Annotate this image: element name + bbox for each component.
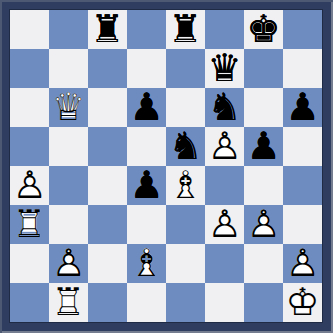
black-king-glyph: ♚ bbox=[244, 10, 283, 49]
square-b5[interactable] bbox=[49, 127, 88, 166]
square-b1[interactable]: ♜♖ bbox=[49, 283, 88, 322]
black-pawn-glyph: ♟ bbox=[127, 88, 166, 127]
square-e3[interactable] bbox=[166, 205, 205, 244]
square-d5[interactable] bbox=[127, 127, 166, 166]
square-d7[interactable] bbox=[127, 49, 166, 88]
square-g2[interactable] bbox=[244, 244, 283, 283]
square-d6[interactable]: ♟♟ bbox=[127, 88, 166, 127]
black-knight-glyph: ♞ bbox=[166, 127, 205, 166]
square-e2[interactable] bbox=[166, 244, 205, 283]
white-king: ♚♔ bbox=[283, 283, 322, 322]
black-queen: ♛♛ bbox=[205, 49, 244, 88]
white-pawn: ♟♙ bbox=[283, 244, 322, 283]
white-pawn-glyph: ♙ bbox=[205, 205, 244, 244]
square-g4[interactable] bbox=[244, 166, 283, 205]
white-rook-glyph: ♖ bbox=[49, 283, 88, 322]
black-pawn: ♟♟ bbox=[244, 127, 283, 166]
chess-board: ♜♜♜♜♚♚♛♛♛♕♟♟♞♞♟♟♞♞♟♙♟♟♟♙♟♟♝♗♜♖♟♙♟♙♟♙♝♗♟♙… bbox=[10, 10, 322, 322]
square-a2[interactable] bbox=[10, 244, 49, 283]
square-c6[interactable] bbox=[88, 88, 127, 127]
square-b8[interactable] bbox=[49, 10, 88, 49]
black-pawn: ♟♟ bbox=[127, 166, 166, 205]
square-d3[interactable] bbox=[127, 205, 166, 244]
white-pawn: ♟♙ bbox=[10, 166, 49, 205]
white-queen: ♛♕ bbox=[49, 88, 88, 127]
white-bishop-glyph: ♗ bbox=[166, 166, 205, 205]
square-b2[interactable]: ♟♙ bbox=[49, 244, 88, 283]
square-g3[interactable]: ♟♙ bbox=[244, 205, 283, 244]
square-f1[interactable] bbox=[205, 283, 244, 322]
square-a3[interactable]: ♜♖ bbox=[10, 205, 49, 244]
square-b7[interactable] bbox=[49, 49, 88, 88]
square-h4[interactable] bbox=[283, 166, 322, 205]
black-knight: ♞♞ bbox=[205, 88, 244, 127]
white-bishop-glyph: ♗ bbox=[127, 244, 166, 283]
black-rook-glyph: ♜ bbox=[166, 10, 205, 49]
black-queen-glyph: ♛ bbox=[205, 49, 244, 88]
square-g5[interactable]: ♟♟ bbox=[244, 127, 283, 166]
square-h8[interactable] bbox=[283, 10, 322, 49]
square-e8[interactable]: ♜♜ bbox=[166, 10, 205, 49]
square-g1[interactable] bbox=[244, 283, 283, 322]
square-b6[interactable]: ♛♕ bbox=[49, 88, 88, 127]
square-h5[interactable] bbox=[283, 127, 322, 166]
square-c5[interactable] bbox=[88, 127, 127, 166]
square-g6[interactable] bbox=[244, 88, 283, 127]
square-f4[interactable] bbox=[205, 166, 244, 205]
square-b4[interactable] bbox=[49, 166, 88, 205]
square-d2[interactable]: ♝♗ bbox=[127, 244, 166, 283]
white-pawn: ♟♙ bbox=[205, 127, 244, 166]
square-a5[interactable] bbox=[10, 127, 49, 166]
square-e1[interactable] bbox=[166, 283, 205, 322]
white-pawn: ♟♙ bbox=[205, 205, 244, 244]
white-pawn-glyph: ♙ bbox=[244, 205, 283, 244]
black-pawn-glyph: ♟ bbox=[244, 127, 283, 166]
square-d4[interactable]: ♟♟ bbox=[127, 166, 166, 205]
square-c7[interactable] bbox=[88, 49, 127, 88]
square-f7[interactable]: ♛♛ bbox=[205, 49, 244, 88]
black-pawn-glyph: ♟ bbox=[283, 88, 322, 127]
square-b3[interactable] bbox=[49, 205, 88, 244]
square-c2[interactable] bbox=[88, 244, 127, 283]
square-a6[interactable] bbox=[10, 88, 49, 127]
square-h7[interactable] bbox=[283, 49, 322, 88]
square-c3[interactable] bbox=[88, 205, 127, 244]
white-pawn-glyph: ♙ bbox=[10, 166, 49, 205]
black-pawn: ♟♟ bbox=[127, 88, 166, 127]
square-a1[interactable] bbox=[10, 283, 49, 322]
white-pawn-glyph: ♙ bbox=[205, 127, 244, 166]
square-h1[interactable]: ♚♔ bbox=[283, 283, 322, 322]
square-f5[interactable]: ♟♙ bbox=[205, 127, 244, 166]
black-knight-glyph: ♞ bbox=[205, 88, 244, 127]
white-rook: ♜♖ bbox=[49, 283, 88, 322]
white-rook-glyph: ♖ bbox=[10, 205, 49, 244]
square-h3[interactable] bbox=[283, 205, 322, 244]
black-knight: ♞♞ bbox=[166, 127, 205, 166]
black-pawn: ♟♟ bbox=[283, 88, 322, 127]
square-f3[interactable]: ♟♙ bbox=[205, 205, 244, 244]
square-a8[interactable] bbox=[10, 10, 49, 49]
white-pawn-glyph: ♙ bbox=[283, 244, 322, 283]
square-d8[interactable] bbox=[127, 10, 166, 49]
square-e5[interactable]: ♞♞ bbox=[166, 127, 205, 166]
square-a4[interactable]: ♟♙ bbox=[10, 166, 49, 205]
black-rook-glyph: ♜ bbox=[88, 10, 127, 49]
white-queen-glyph: ♕ bbox=[49, 88, 88, 127]
square-g7[interactable] bbox=[244, 49, 283, 88]
square-e7[interactable] bbox=[166, 49, 205, 88]
square-g8[interactable]: ♚♚ bbox=[244, 10, 283, 49]
white-bishop: ♝♗ bbox=[127, 244, 166, 283]
black-pawn-glyph: ♟ bbox=[127, 166, 166, 205]
white-bishop: ♝♗ bbox=[166, 166, 205, 205]
black-rook: ♜♜ bbox=[88, 10, 127, 49]
white-king-glyph: ♔ bbox=[283, 283, 322, 322]
square-f8[interactable] bbox=[205, 10, 244, 49]
square-e4[interactable]: ♝♗ bbox=[166, 166, 205, 205]
square-a7[interactable] bbox=[10, 49, 49, 88]
square-h2[interactable]: ♟♙ bbox=[283, 244, 322, 283]
square-f6[interactable]: ♞♞ bbox=[205, 88, 244, 127]
square-c8[interactable]: ♜♜ bbox=[88, 10, 127, 49]
board-frame: ♜♜♜♜♚♚♛♛♛♕♟♟♞♞♟♟♞♞♟♙♟♟♟♙♟♟♝♗♜♖♟♙♟♙♟♙♝♗♟♙… bbox=[0, 0, 333, 333]
square-h6[interactable]: ♟♟ bbox=[283, 88, 322, 127]
square-f2[interactable] bbox=[205, 244, 244, 283]
black-rook: ♜♜ bbox=[166, 10, 205, 49]
square-c4[interactable] bbox=[88, 166, 127, 205]
white-pawn: ♟♙ bbox=[244, 205, 283, 244]
square-c1[interactable] bbox=[88, 283, 127, 322]
black-king: ♚♚ bbox=[244, 10, 283, 49]
white-rook: ♜♖ bbox=[10, 205, 49, 244]
white-pawn: ♟♙ bbox=[49, 244, 88, 283]
square-e6[interactable] bbox=[166, 88, 205, 127]
white-pawn-glyph: ♙ bbox=[49, 244, 88, 283]
square-d1[interactable] bbox=[127, 283, 166, 322]
